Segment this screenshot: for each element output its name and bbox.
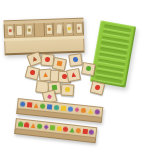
fruits-vegetables-icon-12: [89, 129, 95, 135]
animals-icon-6: [54, 105, 59, 110]
tile-picture-icon: [70, 72, 76, 78]
fruits-vegetables-icon-10: [76, 128, 82, 134]
animals-icon-1: [20, 101, 25, 106]
animals-icon-7: [61, 106, 66, 111]
animals-icon-8: [67, 106, 72, 111]
fruits-vegetables-icon-9: [69, 127, 75, 133]
tile-picture-icon: [64, 87, 69, 92]
fruits-vegetables-icon-6: [50, 125, 56, 131]
tile-picture-icon: [72, 57, 78, 63]
fruits-vegetables-icon-4: [37, 124, 43, 130]
animals-icon-4: [40, 103, 45, 108]
product-photo-wooden-sorting-game: [0, 0, 150, 150]
tile-picture-icon: [31, 56, 37, 62]
tile-picture-icon: [94, 85, 100, 91]
loose-tile-13: [60, 84, 74, 96]
tile-picture-icon: [46, 94, 52, 100]
animals-icon-9: [74, 107, 79, 112]
tile-picture-icon: [56, 61, 62, 67]
loose-tile-15: [89, 81, 104, 95]
fruits-vegetables-icon-2: [24, 122, 30, 128]
animals-icon-3: [33, 103, 38, 108]
fruits-vegetables-icon-5: [43, 124, 49, 130]
tile-picture-icon: [29, 70, 35, 76]
animals-icon-12: [95, 109, 100, 114]
tile-picture-icon: [85, 66, 91, 72]
animals-icon-5: [47, 104, 52, 109]
loose-tile-4: [68, 53, 82, 66]
loose-tile-6: [24, 66, 40, 80]
tile-picture-icon: [42, 72, 47, 77]
fruits-vegetables-icon-3: [30, 123, 36, 129]
fruits-vegetables-icon-1: [17, 121, 23, 127]
tile-picture-icon: [44, 57, 49, 62]
animals-icon-11: [88, 108, 93, 113]
loose-tile-10: [66, 68, 81, 82]
loose-tile-5: [81, 62, 96, 76]
tile-picture-icon: [61, 74, 66, 79]
animals-icon-10: [81, 108, 86, 113]
fruits-vegetables-icon-11: [82, 129, 88, 135]
fruits-vegetables-icon-7: [56, 126, 62, 132]
fruits-vegetables-icon-8: [63, 126, 69, 132]
animals-icon-2: [27, 102, 32, 107]
